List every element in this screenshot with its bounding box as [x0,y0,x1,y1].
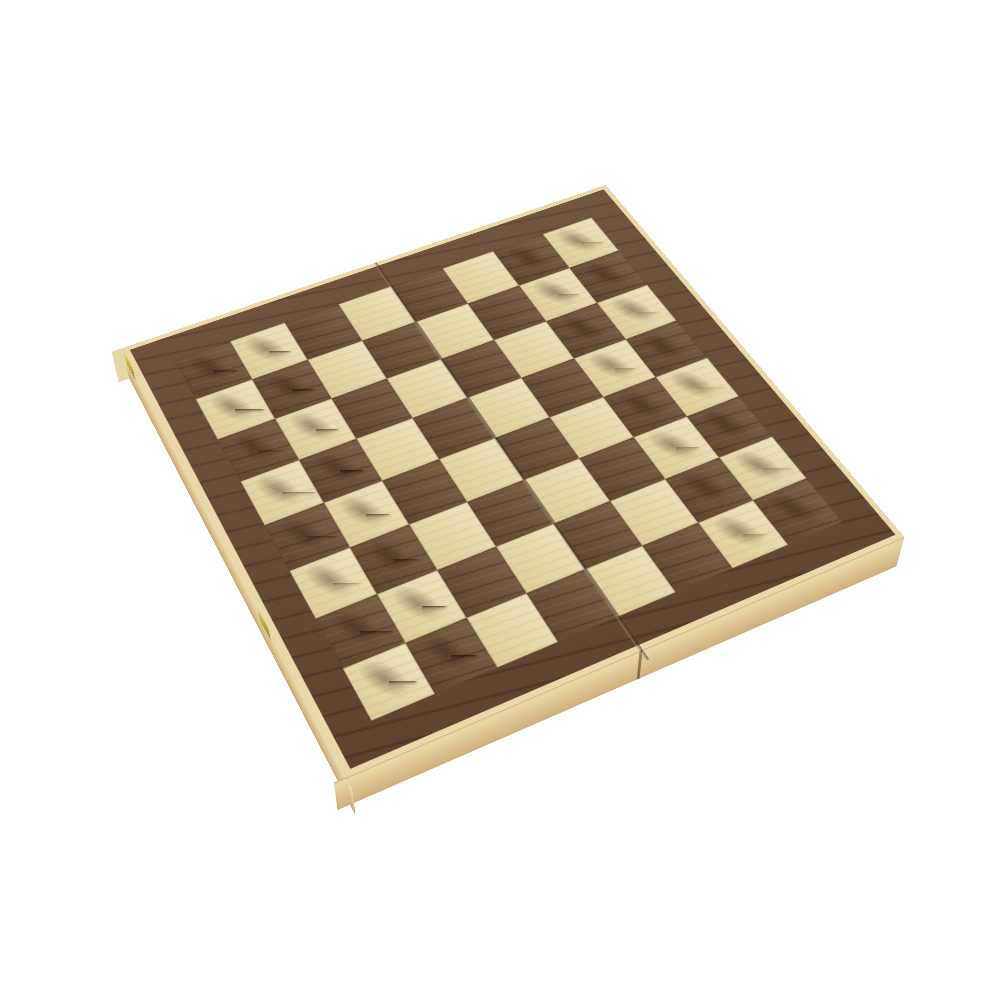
black-rook-glyph: ♜ [346,600,430,694]
white-pawn-glyph: ♟ [709,469,777,544]
product-photo-scene: ♜♞♝♚♛♝♞♜♟♟♟♟♟♟♟♟♟♟♟♟♟♟♟♟♜♞♝♚♛♝♞♜ [0,0,1000,1000]
brass-hinge-clasp [258,608,271,640]
black-rook-a8[interactable]: ♜ [343,643,435,721]
white-pawn-a2[interactable]: ♟ [698,500,788,568]
fold-seam-edge [374,262,379,293]
chess-board[interactable]: ♜♞♝♚♛♝♞♜♟♟♟♟♟♟♟♟♟♟♟♟♟♟♟♟♜♞♝♚♛♝♞♜ [123,185,905,777]
fold-seam-edge [637,650,643,680]
